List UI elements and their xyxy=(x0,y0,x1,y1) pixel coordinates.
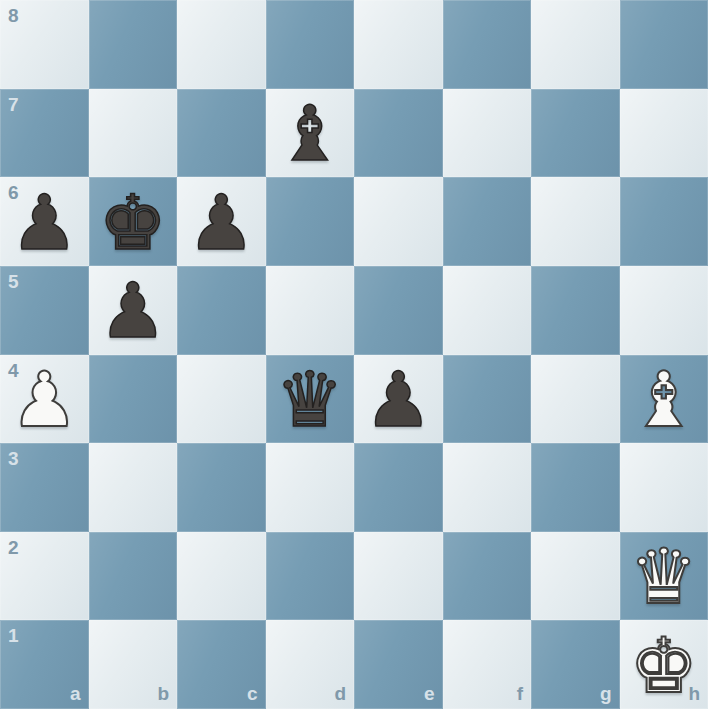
piece-black-king[interactable]: ♚ xyxy=(99,185,167,261)
square-f8[interactable] xyxy=(443,0,532,89)
piece-black-bishop[interactable]: ♝ xyxy=(276,96,344,172)
file-label-c: c xyxy=(247,684,258,703)
square-b2[interactable] xyxy=(89,532,178,621)
square-b7[interactable] xyxy=(89,89,178,178)
square-g8[interactable] xyxy=(531,0,620,89)
square-g7[interactable] xyxy=(531,89,620,178)
square-h7[interactable] xyxy=(620,89,708,178)
square-g3[interactable] xyxy=(531,443,620,532)
square-a5[interactable]: 5 xyxy=(0,266,89,355)
square-a2[interactable]: 2 xyxy=(0,532,89,621)
square-c3[interactable] xyxy=(177,443,266,532)
square-f3[interactable] xyxy=(443,443,532,532)
square-d8[interactable] xyxy=(266,0,355,89)
square-h8[interactable] xyxy=(620,0,708,89)
square-f7[interactable] xyxy=(443,89,532,178)
piece-white-king[interactable]: ♚ xyxy=(630,628,698,704)
rank-label-2: 2 xyxy=(8,538,19,557)
square-c5[interactable] xyxy=(177,266,266,355)
piece-black-pawn[interactable]: ♟ xyxy=(10,185,78,261)
square-g5[interactable] xyxy=(531,266,620,355)
square-a6[interactable]: 6♟ xyxy=(0,177,89,266)
chess-board: 87♝6♟♚♟5♟4♟♛♟♝32♛1abcdefgh♚ xyxy=(0,0,708,709)
square-d6[interactable] xyxy=(266,177,355,266)
square-g6[interactable] xyxy=(531,177,620,266)
square-h4[interactable]: ♝ xyxy=(620,355,708,444)
square-c6[interactable]: ♟ xyxy=(177,177,266,266)
piece-white-bishop[interactable]: ♝ xyxy=(630,362,698,438)
square-h5[interactable] xyxy=(620,266,708,355)
rank-label-3: 3 xyxy=(8,449,19,468)
square-h1[interactable]: h♚ xyxy=(620,620,708,709)
square-e2[interactable] xyxy=(354,532,443,621)
rank-label-5: 5 xyxy=(8,272,19,291)
square-g4[interactable] xyxy=(531,355,620,444)
piece-black-pawn[interactable]: ♟ xyxy=(364,362,432,438)
piece-black-pawn[interactable]: ♟ xyxy=(99,273,167,349)
square-f1[interactable]: f xyxy=(443,620,532,709)
square-h3[interactable] xyxy=(620,443,708,532)
square-b4[interactable] xyxy=(89,355,178,444)
file-label-a: a xyxy=(70,684,81,703)
square-d4[interactable]: ♛ xyxy=(266,355,355,444)
square-e7[interactable] xyxy=(354,89,443,178)
square-d3[interactable] xyxy=(266,443,355,532)
piece-white-pawn[interactable]: ♟ xyxy=(10,362,78,438)
square-a3[interactable]: 3 xyxy=(0,443,89,532)
rank-label-1: 1 xyxy=(8,626,19,645)
square-b5[interactable]: ♟ xyxy=(89,266,178,355)
square-c7[interactable] xyxy=(177,89,266,178)
square-b3[interactable] xyxy=(89,443,178,532)
piece-black-pawn[interactable]: ♟ xyxy=(187,185,255,261)
square-b1[interactable]: b xyxy=(89,620,178,709)
square-d1[interactable]: d xyxy=(266,620,355,709)
square-f4[interactable] xyxy=(443,355,532,444)
square-c2[interactable] xyxy=(177,532,266,621)
square-e4[interactable]: ♟ xyxy=(354,355,443,444)
square-d5[interactable] xyxy=(266,266,355,355)
file-label-d: d xyxy=(334,684,346,703)
square-a7[interactable]: 7 xyxy=(0,89,89,178)
square-a4[interactable]: 4♟ xyxy=(0,355,89,444)
square-e1[interactable]: e xyxy=(354,620,443,709)
square-d7[interactable]: ♝ xyxy=(266,89,355,178)
square-a8[interactable]: 8 xyxy=(0,0,89,89)
square-f5[interactable] xyxy=(443,266,532,355)
square-b8[interactable] xyxy=(89,0,178,89)
square-c8[interactable] xyxy=(177,0,266,89)
square-g2[interactable] xyxy=(531,532,620,621)
square-e8[interactable] xyxy=(354,0,443,89)
square-b6[interactable]: ♚ xyxy=(89,177,178,266)
square-c4[interactable] xyxy=(177,355,266,444)
square-h6[interactable] xyxy=(620,177,708,266)
file-label-b: b xyxy=(157,684,169,703)
piece-black-queen[interactable]: ♛ xyxy=(276,362,344,438)
rank-label-7: 7 xyxy=(8,95,19,114)
file-label-g: g xyxy=(600,684,612,703)
square-g1[interactable]: g xyxy=(531,620,620,709)
square-c1[interactable]: c xyxy=(177,620,266,709)
square-a1[interactable]: 1a xyxy=(0,620,89,709)
piece-white-queen[interactable]: ♛ xyxy=(630,539,698,615)
square-d2[interactable] xyxy=(266,532,355,621)
square-e3[interactable] xyxy=(354,443,443,532)
file-label-f: f xyxy=(517,684,523,703)
rank-label-8: 8 xyxy=(8,6,19,25)
file-label-e: e xyxy=(424,684,435,703)
square-e5[interactable] xyxy=(354,266,443,355)
square-f2[interactable] xyxy=(443,532,532,621)
square-h2[interactable]: ♛ xyxy=(620,532,708,621)
square-e6[interactable] xyxy=(354,177,443,266)
square-f6[interactable] xyxy=(443,177,532,266)
